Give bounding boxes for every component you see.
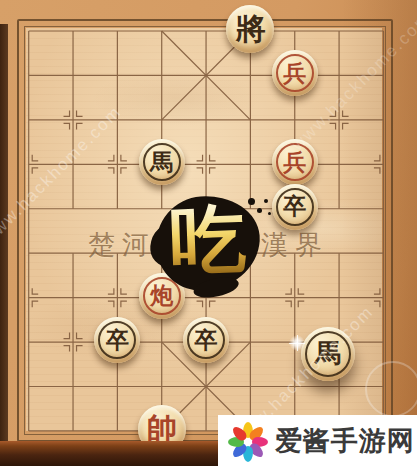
piece-character: 卒: [106, 329, 129, 352]
piece-character: 將: [235, 14, 265, 44]
piece-black-soldier[interactable]: 卒: [183, 317, 229, 363]
piece-black-horse[interactable]: 馬: [301, 327, 355, 381]
piece-black-horse[interactable]: 馬: [139, 139, 185, 185]
ink-splatter-dot: [257, 208, 262, 213]
river-label-han-jie: 漢界: [261, 227, 329, 263]
xiangqi-game-screen: 楚河 漢界 將兵馬兵卒炮卒卒馬帥 吃 www.hackhome.com www.…: [0, 0, 417, 466]
ink-splatter-dot: [268, 212, 271, 215]
stamp-character: 吃: [169, 201, 248, 280]
piece-black-soldier[interactable]: 卒: [272, 184, 318, 230]
capture-stamp: 吃: [156, 196, 260, 290]
ink-splatter-dot: [264, 199, 268, 203]
capture-sparkle-effect: [289, 335, 305, 351]
piece-character: 帥: [147, 414, 177, 444]
pinwheel-flower-icon: [228, 421, 268, 461]
piece-red-soldier[interactable]: 兵: [272, 139, 318, 185]
logo-text: 爱酱手游网: [275, 423, 415, 459]
piece-character: 馬: [315, 341, 341, 367]
piece-character: 兵: [283, 151, 306, 174]
river-label-chu-he: 楚河: [88, 227, 156, 263]
aijiang-logo-plate: 爱酱手游网: [218, 415, 417, 466]
piece-character: 兵: [283, 62, 306, 85]
ink-splatter-dot: [248, 198, 255, 205]
piece-character: 卒: [195, 329, 218, 352]
piece-character: 卒: [283, 195, 306, 218]
piece-red-soldier[interactable]: 兵: [272, 50, 318, 96]
touch-ring-effect: [365, 361, 417, 417]
piece-character: 馬: [150, 151, 173, 174]
